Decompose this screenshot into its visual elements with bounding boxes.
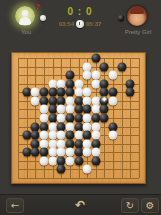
white-stone — [109, 71, 118, 80]
player-right-avatar-wrap — [116, 4, 160, 28]
white-stone — [83, 71, 92, 80]
black-stone — [100, 62, 109, 71]
undo-button[interactable]: ↶ — [71, 198, 89, 213]
score-text: 0 : 0 — [48, 6, 112, 17]
settings-button[interactable]: ⚙ — [141, 198, 159, 213]
player-right-avatar — [127, 6, 147, 26]
black-stone — [31, 148, 40, 157]
undo-arrow-icon: ↶ — [75, 198, 85, 212]
score-separator: : — [78, 6, 82, 17]
avatar-hair — [130, 7, 144, 14]
white-stone — [83, 148, 92, 157]
timer-row: 03:54 05:37 — [48, 20, 112, 28]
black-stone — [100, 114, 109, 123]
gear-icon: ⚙ — [146, 200, 155, 211]
last-move-sparkle-icon: ✦ — [101, 96, 108, 104]
back-button[interactable]: ← — [6, 198, 24, 213]
player-right: Pretty Girl — [116, 4, 160, 36]
score-left: 0 — [67, 6, 74, 17]
black-stone — [74, 156, 83, 165]
white-stone — [65, 156, 74, 165]
restart-button[interactable]: ↻ — [121, 198, 139, 213]
black-stone — [117, 62, 126, 71]
black-stone — [91, 156, 100, 165]
person-shoulders — [19, 17, 31, 25]
white-stone — [39, 156, 48, 165]
white-stone-indicator-icon — [40, 15, 46, 21]
clock-icon — [76, 20, 84, 28]
scoreboard: 0 : 0 03:54 05:37 — [48, 6, 112, 28]
gomoku-board[interactable]: ✦ — [11, 52, 146, 184]
score-right: 0 — [86, 6, 93, 17]
player-right-name: Pretty Girl — [116, 29, 160, 36]
white-stone — [31, 96, 40, 105]
black-stone — [22, 131, 31, 140]
player-left-avatar-wrap: ? — [4, 4, 48, 28]
timer-left: 03:54 — [59, 21, 74, 27]
grid-line-horizontal — [18, 178, 139, 179]
white-stone — [91, 79, 100, 88]
player-left-avatar — [15, 6, 35, 26]
black-stone — [91, 54, 100, 63]
white-stone — [109, 131, 118, 140]
black-stone-indicator-icon — [118, 15, 124, 21]
grid-line-vertical — [130, 58, 131, 178]
back-arrow-icon: ← — [11, 200, 19, 211]
black-stone — [22, 148, 31, 157]
white-stone — [83, 165, 92, 174]
timer-right: 05:37 — [86, 21, 101, 27]
grid-line-horizontal — [18, 169, 139, 170]
question-badge-icon: ? — [35, 2, 40, 11]
person-icon — [22, 10, 28, 16]
white-stone — [48, 156, 57, 165]
black-stone — [126, 88, 135, 97]
white-stone — [109, 96, 118, 105]
black-stone — [57, 165, 66, 174]
player-left-name: You — [4, 29, 48, 36]
toolbar: ← ↶ ↻ ⚙ — [0, 194, 161, 215]
player-left: ? You — [4, 4, 48, 36]
restart-arrow-icon: ↻ — [126, 200, 134, 211]
black-stone — [22, 88, 31, 97]
header: ? You 0 : 0 03:54 05:37 Pretty Girl — [0, 0, 161, 48]
grid-line-vertical — [139, 58, 140, 178]
